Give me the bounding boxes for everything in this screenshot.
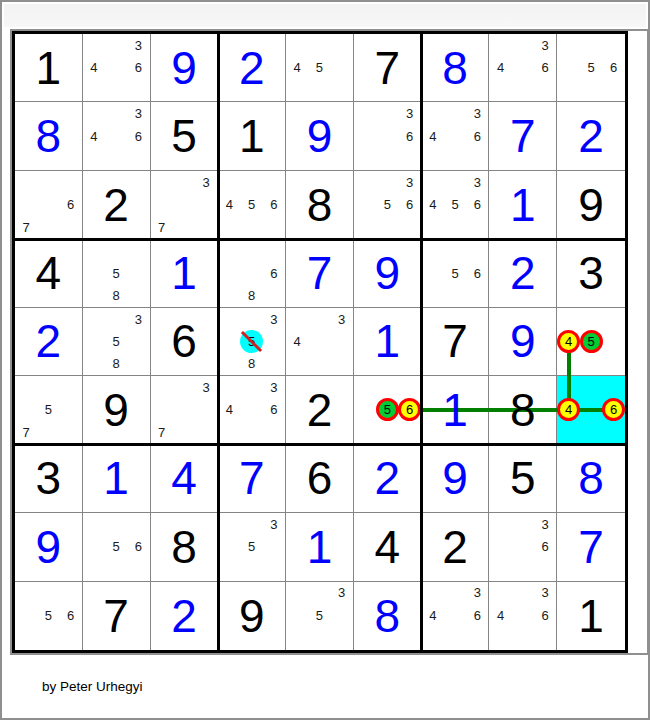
candidate-3: 3 — [398, 171, 420, 193]
solved-digit: 7 — [286, 239, 353, 306]
candidate-3: 3 — [195, 376, 217, 398]
given-digit: 5 — [151, 102, 218, 169]
candidate-4: 4 — [83, 56, 105, 78]
cell-r2c8[interactable]: 7 — [489, 102, 557, 170]
cell-r7c8[interactable]: 5 — [489, 445, 557, 513]
solved-digit: 2 — [354, 445, 421, 512]
circled-candidate-5: 5 — [580, 330, 603, 353]
given-digit: 2 — [422, 513, 489, 580]
candidate-6: 6 — [602, 399, 625, 421]
candidate-4: 4 — [286, 330, 308, 352]
candidate-3: 3 — [127, 308, 149, 330]
cell-r9c5[interactable]: 35 — [286, 582, 354, 650]
candidate-6: 6 — [263, 262, 285, 284]
candidate-8: 8 — [105, 284, 127, 306]
cell-r2c9[interactable]: 2 — [557, 102, 625, 170]
candidate-3: 3 — [331, 582, 353, 605]
candidate-3: 3 — [534, 34, 556, 56]
candidate-3: 3 — [263, 308, 285, 330]
circled-candidate-4: 4 — [557, 330, 580, 353]
cell-r3c5[interactable]: 8 — [286, 171, 354, 239]
cell-r3c4[interactable]: 456 — [218, 171, 286, 239]
candidate-3: 3 — [331, 308, 353, 330]
candidate-7: 7 — [15, 216, 37, 238]
candidate-3: 3 — [195, 171, 217, 193]
candidate-6: 6 — [127, 536, 149, 558]
cell-r6c6[interactable]: 56 — [354, 376, 422, 444]
cell-r7c4[interactable]: 7 — [218, 445, 286, 513]
cell-r1c4[interactable]: 2 — [218, 34, 286, 102]
given-digit: 4 — [354, 513, 421, 580]
given-digit: 2 — [286, 376, 353, 443]
candidate-5: 5 — [105, 262, 127, 284]
cell-r2c5[interactable]: 9 — [286, 102, 354, 170]
cell-r4c5[interactable]: 7 — [286, 239, 354, 307]
cell-r6c7[interactable]: 1 — [422, 376, 490, 444]
candidate-4: 4 — [422, 193, 444, 215]
circled-candidate-6: 6 — [398, 398, 421, 421]
cell-r9c2[interactable]: 7 — [83, 582, 151, 650]
candidate-6: 6 — [602, 56, 625, 78]
candidate-5: 5 — [376, 193, 398, 215]
candidate-4: 4 — [422, 604, 444, 627]
solved-digit: 2 — [557, 102, 625, 169]
cell-r5c4[interactable]: 358 — [218, 308, 286, 376]
sudoku-app-window: { "game": "sudoku", "author_line": "by P… — [0, 0, 650, 720]
cell-r3c7[interactable]: 3456 — [422, 171, 490, 239]
cell-r2c1[interactable]: 8 — [15, 102, 83, 170]
author-credit: by Peter Urhegyi — [42, 679, 143, 694]
solved-digit: 7 — [557, 513, 625, 580]
cell-r6c1[interactable]: 57 — [15, 376, 83, 444]
solved-digit: 9 — [15, 513, 82, 580]
cell-r9c6[interactable]: 8 — [354, 582, 422, 650]
candidate-6: 6 — [263, 193, 285, 215]
cell-r1c3[interactable]: 9 — [151, 34, 219, 102]
candidate-6: 6 — [398, 399, 420, 421]
box-border-line — [420, 34, 423, 650]
given-digit: 8 — [286, 171, 353, 238]
candidate-5: 5 — [241, 536, 263, 558]
candidate-5: 5 — [376, 399, 398, 421]
solved-digit: 2 — [489, 239, 556, 306]
candidate-7: 7 — [151, 216, 173, 238]
candidate-6: 6 — [466, 125, 488, 147]
solved-digit: 7 — [489, 102, 556, 169]
cell-r7c6[interactable]: 2 — [354, 445, 422, 513]
candidate-7: 7 — [151, 421, 173, 443]
cell-r9c4[interactable]: 9 — [218, 582, 286, 650]
solved-digit: 8 — [557, 445, 625, 512]
candidate-5: 5 — [580, 56, 603, 78]
cell-r1c8[interactable]: 346 — [489, 34, 557, 102]
sudoku-board: 1346924578346568346519363467267237456835… — [12, 31, 628, 653]
candidate-6: 6 — [466, 193, 488, 215]
candidate-3: 3 — [263, 376, 285, 398]
given-digit: 1 — [557, 582, 625, 650]
cell-r9c8[interactable]: 346 — [489, 582, 557, 650]
cell-r4c4[interactable]: 68 — [218, 239, 286, 307]
cell-r1c2[interactable]: 346 — [83, 34, 151, 102]
solved-digit: 2 — [15, 308, 82, 375]
candidate-3: 3 — [127, 34, 149, 56]
cell-r2c6[interactable]: 36 — [354, 102, 422, 170]
candidate-6: 6 — [263, 399, 285, 421]
cell-r7c2[interactable]: 1 — [83, 445, 151, 513]
candidate-6: 6 — [534, 536, 556, 558]
given-digit: 6 — [151, 308, 218, 375]
candidate-4: 4 — [489, 56, 511, 78]
cell-r7c9[interactable]: 8 — [557, 445, 625, 513]
cell-r2c3[interactable]: 5 — [151, 102, 219, 170]
cell-r7c7[interactable]: 9 — [422, 445, 490, 513]
cell-r6c4[interactable]: 346 — [218, 376, 286, 444]
cell-r4c2[interactable]: 58 — [83, 239, 151, 307]
candidate-6: 6 — [60, 193, 82, 215]
candidate-6: 6 — [466, 604, 488, 627]
candidate-4: 4 — [83, 125, 105, 147]
cell-r9c9[interactable]: 1 — [557, 582, 625, 650]
candidate-6: 6 — [466, 262, 488, 284]
solved-digit: 1 — [489, 171, 556, 238]
candidate-5: 5 — [580, 330, 603, 352]
cell-r5c8[interactable]: 9 — [489, 308, 557, 376]
candidate-3: 3 — [466, 102, 488, 124]
solved-digit: 1 — [422, 376, 489, 443]
candidate-4: 4 — [422, 125, 444, 147]
candidate-3: 3 — [466, 582, 488, 605]
solved-digit: 9 — [422, 445, 489, 512]
solved-digit: 2 — [151, 582, 218, 650]
cell-r1c6[interactable]: 7 — [354, 34, 422, 102]
candidate-5: 5 — [444, 193, 466, 215]
given-digit: 2 — [83, 171, 150, 238]
candidate-4: 4 — [286, 56, 308, 78]
cell-r1c9[interactable]: 56 — [557, 34, 625, 102]
cell-r8c3[interactable]: 8 — [151, 513, 219, 581]
candidate-4: 4 — [557, 399, 580, 421]
candidate-6: 6 — [127, 125, 149, 147]
candidate-5: 5 — [308, 56, 330, 78]
cell-r2c4[interactable]: 1 — [218, 102, 286, 170]
candidate-6: 6 — [398, 125, 420, 147]
cell-r1c1[interactable]: 1 — [15, 34, 83, 102]
toolbar-strip — [4, 4, 646, 27]
cell-r1c5[interactable]: 45 — [286, 34, 354, 102]
given-digit: 7 — [422, 308, 489, 375]
given-digit: 8 — [489, 376, 556, 443]
cell-r3c8[interactable]: 1 — [489, 171, 557, 239]
solved-digit: 1 — [151, 239, 218, 306]
candidate-6: 6 — [398, 193, 420, 215]
candidate-5: 5 — [105, 536, 127, 558]
candidate-6: 6 — [60, 604, 82, 627]
puzzle-panel: 1346924578346568346519363467267237456835… — [10, 29, 649, 655]
cell-r6c8[interactable]: 8 — [489, 376, 557, 444]
given-digit: 1 — [218, 102, 285, 169]
given-digit: 7 — [354, 34, 421, 101]
cell-r3c2[interactable]: 2 — [83, 171, 151, 239]
cell-r9c1[interactable]: 56 — [15, 582, 83, 650]
solved-digit: 1 — [286, 513, 353, 580]
solved-digit: 2 — [218, 34, 285, 101]
cell-r6c2[interactable]: 9 — [83, 376, 151, 444]
candidate-5: 5 — [241, 193, 263, 215]
circled-candidate-4: 4 — [557, 398, 580, 421]
cell-r9c3[interactable]: 2 — [151, 582, 219, 650]
cell-r6c5[interactable]: 2 — [286, 376, 354, 444]
cell-r5c3[interactable]: 6 — [151, 308, 219, 376]
given-digit: 3 — [15, 445, 82, 512]
cell-r5c1[interactable]: 2 — [15, 308, 83, 376]
candidate-8: 8 — [241, 353, 263, 375]
given-digit: 7 — [83, 582, 150, 650]
candidate-8: 8 — [105, 353, 127, 375]
cell-r8c8[interactable]: 36 — [489, 513, 557, 581]
cell-r5c2[interactable]: 358 — [83, 308, 151, 376]
cell-r3c6[interactable]: 356 — [354, 171, 422, 239]
solved-digit: 1 — [354, 308, 421, 375]
candidate-8: 8 — [241, 284, 263, 306]
cell-r2c2[interactable]: 346 — [83, 102, 151, 170]
cell-r8c5[interactable]: 1 — [286, 513, 354, 581]
circled-candidate-5: 5 — [376, 398, 399, 421]
given-digit: 4 — [15, 239, 82, 306]
cell-r7c1[interactable]: 3 — [15, 445, 83, 513]
cell-r7c3[interactable]: 4 — [151, 445, 219, 513]
candidate-5: 5 — [308, 604, 330, 627]
cell-r3c3[interactable]: 37 — [151, 171, 219, 239]
cell-r3c9[interactable]: 9 — [557, 171, 625, 239]
cell-r2c7[interactable]: 346 — [422, 102, 490, 170]
solved-digit: 8 — [15, 102, 82, 169]
solved-digit: 7 — [218, 445, 285, 512]
given-digit: 3 — [557, 239, 625, 306]
solved-digit: 4 — [151, 445, 218, 512]
solved-digit: 1 — [83, 445, 150, 512]
candidate-5: 5 — [105, 330, 127, 352]
cell-r3c1[interactable]: 67 — [15, 171, 83, 239]
cell-r8c9[interactable]: 7 — [557, 513, 625, 581]
cell-r4c9[interactable]: 3 — [557, 239, 625, 307]
given-digit: 1 — [15, 34, 82, 101]
candidate-3: 3 — [263, 513, 285, 535]
candidate-6: 6 — [534, 604, 556, 627]
cell-r5c6[interactable]: 1 — [354, 308, 422, 376]
given-digit: 6 — [286, 445, 353, 512]
solved-digit: 9 — [286, 102, 353, 169]
solved-digit: 9 — [489, 308, 556, 375]
candidate-5: 5 — [37, 604, 59, 627]
cell-r8c7[interactable]: 2 — [422, 513, 490, 581]
candidate-3: 3 — [534, 582, 556, 605]
candidate-4: 4 — [218, 193, 240, 215]
cell-r4c6[interactable]: 9 — [354, 239, 422, 307]
cell-r8c1[interactable]: 9 — [15, 513, 83, 581]
box-border-line — [15, 443, 625, 446]
candidate-7: 7 — [15, 421, 37, 443]
eliminated-candidate-5: 5 — [240, 330, 263, 353]
cell-r4c7[interactable]: 56 — [422, 239, 490, 307]
candidate-3: 3 — [127, 102, 149, 124]
cell-r8c6[interactable]: 4 — [354, 513, 422, 581]
cell-r8c2[interactable]: 56 — [83, 513, 151, 581]
candidate-5: 5 — [444, 262, 466, 284]
cell-r5c5[interactable]: 34 — [286, 308, 354, 376]
candidate-3: 3 — [534, 513, 556, 535]
cell-r4c3[interactable]: 1 — [151, 239, 219, 307]
cell-r4c1[interactable]: 4 — [15, 239, 83, 307]
given-digit: 5 — [489, 445, 556, 512]
candidate-4: 4 — [557, 330, 580, 352]
given-digit: 8 — [151, 513, 218, 580]
cell-r9c7[interactable]: 346 — [422, 582, 490, 650]
box-border-line — [15, 238, 625, 241]
candidate-6: 6 — [534, 56, 556, 78]
given-digit: 9 — [557, 171, 625, 238]
candidate-3: 3 — [398, 102, 420, 124]
solved-digit: 8 — [354, 582, 421, 650]
candidate-4: 4 — [218, 399, 240, 421]
box-border-line — [217, 34, 220, 650]
cell-r5c7[interactable]: 7 — [422, 308, 490, 376]
cell-r8c4[interactable]: 35 — [218, 513, 286, 581]
candidate-6: 6 — [127, 56, 149, 78]
given-digit: 9 — [83, 376, 150, 443]
candidate-5: 5 — [37, 399, 59, 421]
solved-digit: 9 — [354, 239, 421, 306]
circled-candidate-6: 6 — [602, 398, 625, 421]
solved-digit: 8 — [422, 34, 489, 101]
given-digit: 9 — [218, 582, 285, 650]
solved-digit: 9 — [151, 34, 218, 101]
candidate-5: 5 — [241, 330, 263, 352]
candidate-3: 3 — [466, 171, 488, 193]
cell-r6c3[interactable]: 37 — [151, 376, 219, 444]
cell-r4c8[interactable]: 2 — [489, 239, 557, 307]
cell-r7c5[interactable]: 6 — [286, 445, 354, 513]
candidate-4: 4 — [489, 604, 511, 627]
cell-r1c7[interactable]: 8 — [422, 34, 490, 102]
